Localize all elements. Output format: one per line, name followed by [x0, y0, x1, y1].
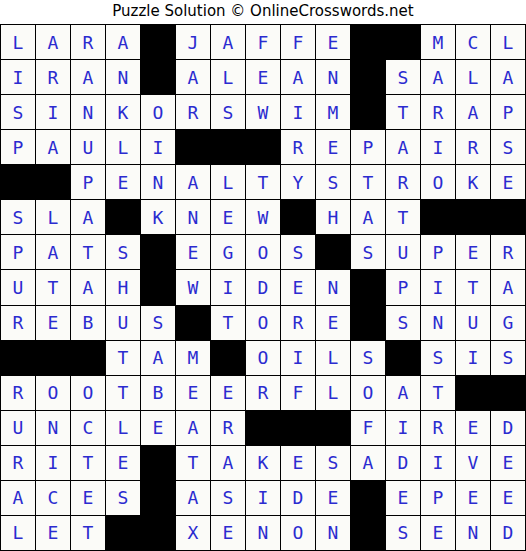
cell-r13c3: T [71, 446, 105, 480]
cell-r13c4: E [106, 446, 140, 480]
cell-r7c8: O [246, 235, 280, 269]
cell-r4c15: S [491, 130, 525, 164]
cell-r6c6: N [176, 200, 210, 234]
cell-r3c7: S [211, 95, 245, 129]
cell-r14c15: E [491, 481, 525, 515]
cell-r11c4: T [106, 376, 140, 410]
cell-r14c4: S [106, 481, 140, 515]
cell-r15c6: X [176, 516, 210, 550]
cell-r2c14: L [456, 60, 490, 94]
cell-r12c5: E [141, 411, 175, 445]
cell-r12c12: I [386, 411, 420, 445]
cell-r12c1: U [1, 411, 35, 445]
cell-r4c14: R [456, 130, 490, 164]
cell-r4c10: E [316, 130, 350, 164]
black-cell-r14c11 [351, 481, 385, 515]
cell-r2c3: A [71, 60, 105, 94]
cell-r2c9: A [281, 60, 315, 94]
cell-r7c7: G [211, 235, 245, 269]
cell-r11c11: O [351, 376, 385, 410]
cell-r3c9: I [281, 95, 315, 129]
black-cell-r12c9 [281, 411, 315, 445]
cell-r9c2: E [36, 306, 70, 340]
cell-r4c11: P [351, 130, 385, 164]
cell-r5c7: L [211, 165, 245, 199]
cell-r15c9: O [281, 516, 315, 550]
black-cell-r4c6 [176, 130, 210, 164]
cell-r6c12: T [386, 200, 420, 234]
cell-r7c13: P [421, 235, 455, 269]
cell-r11c3: O [71, 376, 105, 410]
cell-r5c4: E [106, 165, 140, 199]
cell-r9c13: N [421, 306, 455, 340]
cell-r1c3: R [71, 25, 105, 59]
cell-r8c6: W [176, 270, 210, 304]
black-cell-r6c13 [421, 200, 455, 234]
cell-r14c13: P [421, 481, 455, 515]
cell-r10c9: I [281, 341, 315, 375]
cell-r1c10: E [316, 25, 350, 59]
black-cell-r15c5 [141, 516, 175, 550]
cell-r8c2: T [36, 270, 70, 304]
cell-r12c7: R [211, 411, 245, 445]
cell-r4c4: L [106, 130, 140, 164]
black-cell-r1c11 [351, 25, 385, 59]
cell-r11c9: F [281, 376, 315, 410]
cell-r14c12: E [386, 481, 420, 515]
cell-r3c12: T [386, 95, 420, 129]
black-cell-r6c15 [491, 200, 525, 234]
cell-r14c1: A [1, 481, 35, 515]
cell-r4c9: R [281, 130, 315, 164]
black-cell-r4c8 [246, 130, 280, 164]
cell-r13c1: R [1, 446, 35, 480]
cell-r12c14: E [456, 411, 490, 445]
cell-r9c15: G [491, 306, 525, 340]
crossword-grid: LARAJAFFEMCLIRANALEANSALASINKORSWIMTRAPP… [0, 24, 526, 551]
cell-r8c1: U [1, 270, 35, 304]
cell-r11c1: R [1, 376, 35, 410]
cell-r3c14: A [456, 95, 490, 129]
cell-r2c1: I [1, 60, 35, 94]
black-cell-r5c2 [36, 165, 70, 199]
black-cell-r11c15 [491, 376, 525, 410]
cell-r10c11: S [351, 341, 385, 375]
cell-r1c1: L [1, 25, 35, 59]
cell-r13c15: E [491, 446, 525, 480]
cell-r14c14: E [456, 481, 490, 515]
cell-r9c7: T [211, 306, 245, 340]
cell-r3c8: W [246, 95, 280, 129]
cell-r7c9: S [281, 235, 315, 269]
cell-r5c3: P [71, 165, 105, 199]
cell-r14c2: C [36, 481, 70, 515]
cell-r7c15: R [491, 235, 525, 269]
cell-r1c4: A [106, 25, 140, 59]
cell-r2c8: E [246, 60, 280, 94]
black-cell-r1c5 [141, 25, 175, 59]
black-cell-r1c12 [386, 25, 420, 59]
cell-r4c2: A [36, 130, 70, 164]
cell-r5c10: S [316, 165, 350, 199]
cell-r3c2: I [36, 95, 70, 129]
cell-r1c13: M [421, 25, 455, 59]
cell-r7c3: T [71, 235, 105, 269]
cell-r11c6: E [176, 376, 210, 410]
puzzle-solution-page: Puzzle Solution © OnlineCrosswords.net L… [0, 0, 526, 551]
cell-r8c7: I [211, 270, 245, 304]
black-cell-r8c5 [141, 270, 175, 304]
cell-r7c11: S [351, 235, 385, 269]
cell-r12c2: N [36, 411, 70, 445]
cell-r5c11: T [351, 165, 385, 199]
cell-r7c12: U [386, 235, 420, 269]
cell-r8c13: I [421, 270, 455, 304]
cell-r10c5: A [141, 341, 175, 375]
cell-r9c9: R [281, 306, 315, 340]
cell-r4c5: I [141, 130, 175, 164]
black-cell-r7c10 [316, 235, 350, 269]
cell-r12c13: R [421, 411, 455, 445]
cell-r13c2: I [36, 446, 70, 480]
cell-r14c10: E [316, 481, 350, 515]
black-cell-r12c10 [316, 411, 350, 445]
cell-r15c2: E [36, 516, 70, 550]
cell-r6c10: H [316, 200, 350, 234]
cell-r7c1: P [1, 235, 35, 269]
cell-r2c4: N [106, 60, 140, 94]
black-cell-r10c12 [386, 341, 420, 375]
cell-r10c13: S [421, 341, 455, 375]
cell-r13c8: K [246, 446, 280, 480]
cell-r5c15: E [491, 165, 525, 199]
cell-r6c1: S [1, 200, 35, 234]
cell-r14c9: D [281, 481, 315, 515]
cell-r6c3: A [71, 200, 105, 234]
cell-r11c10: L [316, 376, 350, 410]
black-cell-r15c4 [106, 516, 140, 550]
black-cell-r10c2 [36, 341, 70, 375]
cell-r3c10: M [316, 95, 350, 129]
cell-r15c7: E [211, 516, 245, 550]
black-cell-r4c7 [211, 130, 245, 164]
black-cell-r10c3 [71, 341, 105, 375]
cell-r8c14: T [456, 270, 490, 304]
black-cell-r9c6 [176, 306, 210, 340]
cell-r11c5: B [141, 376, 175, 410]
cell-r6c8: W [246, 200, 280, 234]
cell-r3c6: R [176, 95, 210, 129]
cell-r7c2: A [36, 235, 70, 269]
cell-r9c10: E [316, 306, 350, 340]
black-cell-r2c5 [141, 60, 175, 94]
cell-r12c4: L [106, 411, 140, 445]
cell-r5c14: K [456, 165, 490, 199]
cell-r10c10: L [316, 341, 350, 375]
cell-r3c15: P [491, 95, 525, 129]
cell-r8c12: P [386, 270, 420, 304]
cell-r2c12: S [386, 60, 420, 94]
black-cell-r2c11 [351, 60, 385, 94]
cell-r14c3: E [71, 481, 105, 515]
cell-r4c3: U [71, 130, 105, 164]
black-cell-r10c1 [1, 341, 35, 375]
cell-r13c13: I [421, 446, 455, 480]
cell-r3c3: N [71, 95, 105, 129]
cell-r15c15: D [491, 516, 525, 550]
cell-r3c4: K [106, 95, 140, 129]
cell-r9c4: U [106, 306, 140, 340]
cell-r15c14: N [456, 516, 490, 550]
cell-r2c6: A [176, 60, 210, 94]
cell-r5c12: R [386, 165, 420, 199]
cell-r13c6: T [176, 446, 210, 480]
cell-r12c11: F [351, 411, 385, 445]
black-cell-r13c5 [141, 446, 175, 480]
cell-r15c1: L [1, 516, 35, 550]
cell-r7c14: E [456, 235, 490, 269]
cell-r6c7: E [211, 200, 245, 234]
page-title: Puzzle Solution © OnlineCrosswords.net [0, 0, 526, 24]
cell-r11c2: O [36, 376, 70, 410]
black-cell-r6c14 [456, 200, 490, 234]
cell-r1c15: L [491, 25, 525, 59]
cell-r1c2: A [36, 25, 70, 59]
cell-r10c8: O [246, 341, 280, 375]
cell-r13c9: E [281, 446, 315, 480]
black-cell-r6c9 [281, 200, 315, 234]
black-cell-r8c11 [351, 270, 385, 304]
cell-r1c6: J [176, 25, 210, 59]
cell-r7c4: S [106, 235, 140, 269]
cell-r3c1: S [1, 95, 35, 129]
cell-r10c6: M [176, 341, 210, 375]
cell-r2c13: A [421, 60, 455, 94]
cell-r3c13: R [421, 95, 455, 129]
cell-r9c14: U [456, 306, 490, 340]
cell-r12c15: D [491, 411, 525, 445]
black-cell-r10c7 [211, 341, 245, 375]
black-cell-r5c1 [1, 165, 35, 199]
cell-r1c8: F [246, 25, 280, 59]
cell-r4c12: A [386, 130, 420, 164]
cell-r13c7: A [211, 446, 245, 480]
cell-r4c13: I [421, 130, 455, 164]
cell-r1c14: C [456, 25, 490, 59]
cell-r6c5: K [141, 200, 175, 234]
cell-r2c15: A [491, 60, 525, 94]
black-cell-r14c5 [141, 481, 175, 515]
cell-r11c13: T [421, 376, 455, 410]
cell-r9c8: O [246, 306, 280, 340]
black-cell-r7c5 [141, 235, 175, 269]
cell-r15c8: N [246, 516, 280, 550]
cell-r5c13: O [421, 165, 455, 199]
cell-r15c3: T [71, 516, 105, 550]
black-cell-r6c4 [106, 200, 140, 234]
cell-r12c3: C [71, 411, 105, 445]
cell-r13c14: V [456, 446, 490, 480]
cell-r9c12: S [386, 306, 420, 340]
cell-r13c10: S [316, 446, 350, 480]
cell-r11c7: E [211, 376, 245, 410]
cell-r1c9: F [281, 25, 315, 59]
cell-r11c8: R [246, 376, 280, 410]
cell-r6c2: L [36, 200, 70, 234]
black-cell-r12c8 [246, 411, 280, 445]
cell-r8c10: N [316, 270, 350, 304]
cell-r9c3: B [71, 306, 105, 340]
cell-r15c13: E [421, 516, 455, 550]
cell-r2c2: R [36, 60, 70, 94]
cell-r11c12: A [386, 376, 420, 410]
cell-r8c4: H [106, 270, 140, 304]
cell-r14c7: S [211, 481, 245, 515]
cell-r5c9: Y [281, 165, 315, 199]
black-cell-r15c11 [351, 516, 385, 550]
cell-r2c10: N [316, 60, 350, 94]
cell-r1c7: A [211, 25, 245, 59]
cell-r14c8: I [246, 481, 280, 515]
cell-r9c1: R [1, 306, 35, 340]
cell-r7c6: E [176, 235, 210, 269]
cell-r15c10: N [316, 516, 350, 550]
cell-r14c6: A [176, 481, 210, 515]
black-cell-r11c14 [456, 376, 490, 410]
cell-r8c15: A [491, 270, 525, 304]
cell-r15c12: S [386, 516, 420, 550]
cell-r13c12: D [386, 446, 420, 480]
cell-r5c6: A [176, 165, 210, 199]
cell-r8c8: D [246, 270, 280, 304]
cell-r10c14: I [456, 341, 490, 375]
cell-r10c15: S [491, 341, 525, 375]
cell-r2c7: L [211, 60, 245, 94]
cell-r5c8: T [246, 165, 280, 199]
cell-r9c5: S [141, 306, 175, 340]
cell-r10c4: T [106, 341, 140, 375]
black-cell-r9c11 [351, 306, 385, 340]
cell-r12c6: A [176, 411, 210, 445]
cell-r5c5: N [141, 165, 175, 199]
cell-r6c11: A [351, 200, 385, 234]
cell-r8c3: A [71, 270, 105, 304]
cell-r13c11: A [351, 446, 385, 480]
black-cell-r3c11 [351, 95, 385, 129]
cell-r4c1: P [1, 130, 35, 164]
cell-r3c5: O [141, 95, 175, 129]
cell-r8c9: E [281, 270, 315, 304]
